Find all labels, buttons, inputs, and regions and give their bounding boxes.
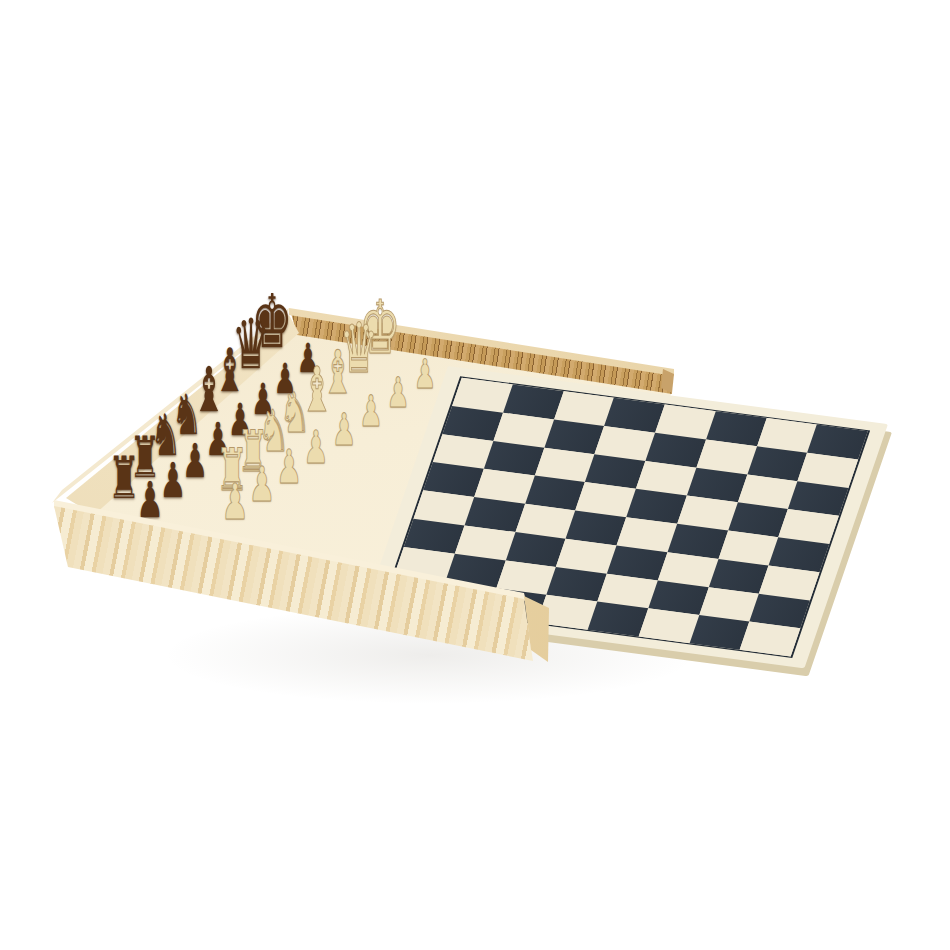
white-pawn: ♟ (221, 478, 249, 528)
product-photo-chess-set: ♚♛♝♝♞♞♜♜♟♟♟♟♟♟♟♟♚♛♝♝♞♞♜♜♟♟♟♟♟♟♟♟ (0, 0, 950, 950)
pieces-layer: ♚♛♝♝♞♞♜♜♟♟♟♟♟♟♟♟♚♛♝♝♞♞♜♜♟♟♟♟♟♟♟♟ (0, 0, 950, 950)
white-pawn: ♟ (276, 443, 302, 490)
white-pawn: ♟ (249, 461, 276, 509)
white-pawn: ♟ (359, 390, 383, 433)
white-pawn: ♟ (331, 407, 356, 451)
white-pawn: ♟ (414, 354, 436, 394)
white-pawn: ♟ (304, 425, 329, 471)
white-pawn: ♟ (386, 372, 409, 414)
